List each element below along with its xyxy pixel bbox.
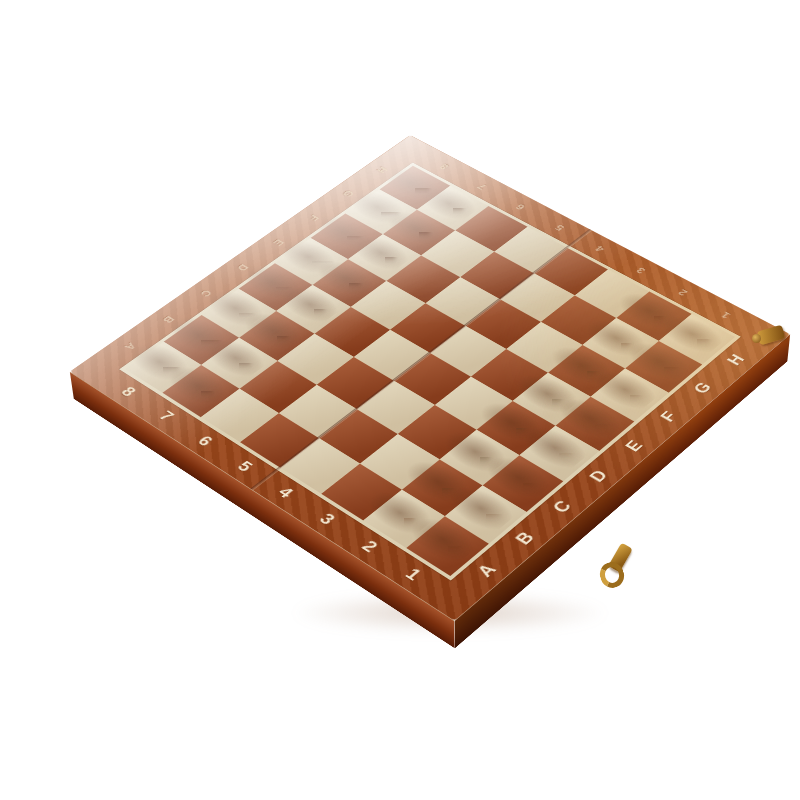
squares-grid: ♜♟♟♜♞♟♟♞♝♟♟♝♚♟♟♚♛♟♟♛♝♟♟♝♞♟♟♞♜♟♟♜ xyxy=(125,166,735,576)
chess-board: ♜♟♟♜♞♟♟♞♝♟♟♝♚♟♟♚♛♟♟♛♝♟♟♝♞♟♟♞♜♟♟♜ 1122334… xyxy=(70,135,790,621)
brass-clasp-side xyxy=(752,322,792,354)
brass-clasp-front xyxy=(592,544,644,598)
scene: ♜♟♟♜♞♟♟♞♝♟♟♝♚♟♟♚♛♟♟♛♝♟♟♝♞♟♟♞♜♟♟♜ 1122334… xyxy=(0,0,800,800)
playing-area: ♜♟♟♜♞♟♟♞♝♟♟♝♚♟♟♚♛♟♟♛♝♟♟♝♞♟♟♞♜♟♟♜ xyxy=(119,163,740,581)
brass-clasp-tab xyxy=(757,325,786,346)
page-root: ♜♟♟♜♞♟♟♞♝♟♟♝♚♟♟♚♛♟♟♛♝♟♟♝♞♟♟♞♜♟♟♜ 1122334… xyxy=(0,0,800,800)
brass-clasp-pin xyxy=(752,334,761,343)
